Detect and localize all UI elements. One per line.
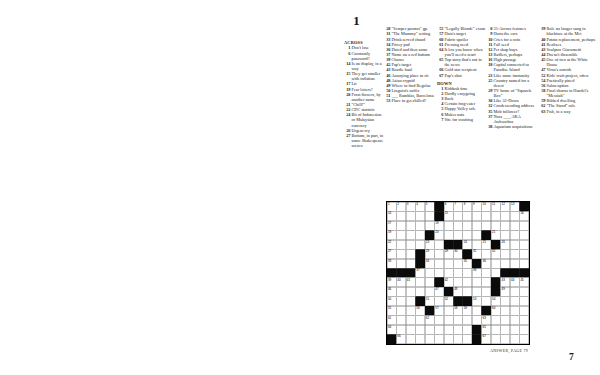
grid-cell xyxy=(396,287,405,296)
grid-cell xyxy=(406,297,415,306)
grid-cell: 45 xyxy=(520,278,529,287)
clue-text: Frost flowers, by another name xyxy=(352,91,386,101)
cell-number: 46 xyxy=(388,287,391,291)
cell-number: 15 xyxy=(445,212,448,216)
cell-number: 66 xyxy=(397,335,400,339)
grid-cell xyxy=(425,278,434,287)
cell-number: 48 xyxy=(454,287,457,291)
grid-cell xyxy=(453,316,462,325)
grid-cell xyxy=(463,287,472,296)
grid-cell: 28 xyxy=(425,249,434,258)
grid-cell: 42 xyxy=(444,278,453,287)
grid-cell xyxy=(491,259,500,268)
cell-number: 34 xyxy=(426,259,429,263)
grid-cell xyxy=(415,221,424,230)
across-clues-part1: 1Don't lose6Constantly password?14Is on … xyxy=(344,45,385,148)
clue: 37Nora ___, AKA Awkwafina xyxy=(486,114,538,124)
grid-cell xyxy=(434,249,443,258)
grid-cell xyxy=(482,287,491,296)
cell-number: 67 xyxy=(483,335,486,339)
clue-text: Bottom, in part, in some Shakespeare sce… xyxy=(352,133,386,148)
grid-cell: 37 xyxy=(415,268,424,277)
clue: 63Fish, in a way xyxy=(539,108,598,113)
clue-text: Is on display, in a way xyxy=(352,61,386,71)
grid-cell xyxy=(425,287,434,296)
grid-cell: 8 xyxy=(463,202,472,211)
grid-cell xyxy=(501,297,510,306)
grid-cell: 60 xyxy=(491,306,500,315)
grid-cell: 57 xyxy=(434,306,443,315)
clue: 6Constantly password? xyxy=(344,50,385,60)
clue-text: Role no longer sung in blackface at the … xyxy=(547,26,599,36)
grid-cell xyxy=(463,221,472,230)
grid-cell xyxy=(520,249,529,258)
clue: 15They get smaller with inflation xyxy=(344,71,385,81)
black-cell xyxy=(472,325,481,334)
black-cell xyxy=(482,230,491,239)
grid-cell xyxy=(510,287,519,296)
grid-cell: 16 xyxy=(520,211,529,220)
clue-column-4: 831-Across features9Hurts the ears10Crie… xyxy=(486,26,538,129)
grid-cell: 4 xyxy=(415,202,424,211)
grid-cell xyxy=(415,316,424,325)
cell-number: 64 xyxy=(388,325,391,329)
grid-cell: 12 xyxy=(501,202,510,211)
clue-number: 39 xyxy=(539,26,547,36)
clue: 67Pap's shot xyxy=(437,72,488,77)
grid-cell: 5 xyxy=(425,202,434,211)
clue: 29TV home of "Squawk Box" xyxy=(486,88,538,98)
black-cell xyxy=(463,297,472,306)
black-cell xyxy=(510,268,519,277)
grid-cell xyxy=(482,211,491,220)
cell-number: 45 xyxy=(520,278,523,282)
grid-cell xyxy=(415,287,424,296)
grid-cell xyxy=(406,316,415,325)
grid-cell xyxy=(444,259,453,268)
grid-cell: 43 xyxy=(501,278,510,287)
black-cell xyxy=(491,287,500,296)
grid-cell: 61 xyxy=(387,316,396,325)
grid-cell xyxy=(463,268,472,277)
grid-cell: 54 xyxy=(491,297,500,306)
grid-cell xyxy=(510,335,519,344)
grid-cell xyxy=(472,230,481,239)
grid-cell xyxy=(501,249,510,258)
cell-number: 20 xyxy=(435,231,438,235)
grid-cell xyxy=(472,306,481,315)
grid-cell xyxy=(463,211,472,220)
cell-number: 38 xyxy=(473,268,476,272)
grid-cell: 56 xyxy=(415,306,424,315)
grid-cell: 66 xyxy=(396,335,405,344)
grid-cell: 10 xyxy=(482,202,491,211)
black-cell xyxy=(415,249,424,258)
grid-cell xyxy=(510,249,519,258)
cell-number: 37 xyxy=(416,268,419,272)
grid-cell: 64 xyxy=(387,325,396,334)
grid-cell xyxy=(425,335,434,344)
cell-number: 35 xyxy=(464,259,467,263)
grid-cell xyxy=(434,240,443,249)
cell-number: 10 xyxy=(483,202,486,206)
cell-number: 53 xyxy=(473,297,476,301)
grid-cell xyxy=(491,268,500,277)
clue-number: 29 xyxy=(486,88,494,98)
grid-cell xyxy=(406,335,415,344)
grid-cell xyxy=(520,316,529,325)
grid-cell: 25 xyxy=(482,240,491,249)
grid-cell xyxy=(406,259,415,268)
cell-number: 41 xyxy=(407,278,410,282)
grid-cell xyxy=(491,221,500,230)
grid-cell: 1 xyxy=(387,202,396,211)
grid-cell xyxy=(510,306,519,315)
cell-number: 33 xyxy=(388,259,391,263)
grid-cell: 49 xyxy=(501,287,510,296)
grid-cell xyxy=(472,278,481,287)
grid-cell: 36 xyxy=(482,259,491,268)
puzzle-number: 1 xyxy=(353,13,360,29)
grid-cell xyxy=(434,268,443,277)
grid-cell xyxy=(406,230,415,239)
cell-number: 22 xyxy=(388,240,391,244)
clue: 18Capital connected to Paradise Island xyxy=(486,62,538,72)
grid-cell: 7 xyxy=(453,202,462,211)
clue-text: Country named for a desert xyxy=(494,77,539,87)
grid-cell: 65 xyxy=(482,325,491,334)
grid-cell: 41 xyxy=(406,278,415,287)
grid-cell: 58 xyxy=(453,306,462,315)
cell-number: 57 xyxy=(435,306,438,310)
grid-cell xyxy=(520,306,529,315)
clue-number: 45 xyxy=(539,57,547,67)
cell-number: 27 xyxy=(388,250,391,254)
crossword-grid: 1234567891011121314151617181920212223242… xyxy=(386,201,530,345)
grid-cell xyxy=(406,240,415,249)
grid-cell: 9 xyxy=(472,202,481,211)
book-page: 1 ACROSS 1Don't lose6Constantly password… xyxy=(0,0,600,375)
grid-cell xyxy=(396,297,405,306)
clue: 27Bottom, in part, in some Shakespeare s… xyxy=(344,133,385,148)
grid-cell xyxy=(396,221,405,230)
clue-column-2: 28"Semper paratus" gp.31"The Mummy" sett… xyxy=(384,26,439,103)
cell-number: 6 xyxy=(445,202,447,206)
cell-number: 30 xyxy=(454,250,457,254)
clue: 64It lets you know when you'll need a sc… xyxy=(437,47,488,57)
clue-text: Fish, in a way xyxy=(547,108,599,113)
grid-cell xyxy=(520,325,529,334)
grid-cell xyxy=(444,325,453,334)
grid-cell xyxy=(453,325,462,334)
cell-number: 13 xyxy=(511,202,514,206)
grid-cell xyxy=(510,230,519,239)
clue-number: 53 xyxy=(384,98,392,103)
clue: 24Bit of Indonesian or Malaysian currenc… xyxy=(344,112,385,127)
clue-number: 65 xyxy=(437,57,445,67)
black-cell xyxy=(387,268,396,277)
black-cell xyxy=(434,202,443,211)
grid-cell xyxy=(463,230,472,239)
grid-cell: 44 xyxy=(510,278,519,287)
cell-number: 60 xyxy=(492,306,495,310)
grid-cell xyxy=(415,325,424,334)
grid-cell xyxy=(463,278,472,287)
grid-cell xyxy=(453,230,462,239)
grid-cell xyxy=(406,287,415,296)
grid-cell xyxy=(396,230,405,239)
clue-number: 15 xyxy=(344,71,352,81)
cell-number: 31 xyxy=(473,250,476,254)
grid-cell xyxy=(415,230,424,239)
cell-number: 49 xyxy=(501,287,504,291)
black-cell xyxy=(520,268,529,277)
cell-number: 63 xyxy=(483,316,486,320)
cell-number: 42 xyxy=(445,278,448,282)
clue-text: One of two at the White House xyxy=(547,57,599,67)
grid-cell: 35 xyxy=(463,259,472,268)
grid-cell xyxy=(396,211,405,220)
cell-number: 8 xyxy=(464,202,466,206)
grid-cell: 11 xyxy=(491,202,500,211)
grid-cell xyxy=(491,335,500,344)
grid-cell xyxy=(453,278,462,287)
clue: 38Aquarium acquisitions xyxy=(486,124,538,129)
black-cell xyxy=(520,202,529,211)
grid-cell xyxy=(472,221,481,230)
grid-cell xyxy=(434,335,443,344)
across-clues-part3: 55"Legally Blonde" exam57Hata's target60… xyxy=(437,26,488,77)
down-clues-part3: 39Role no longer sung in blackface at th… xyxy=(539,26,598,114)
cell-number: 43 xyxy=(501,278,504,282)
grid-cell xyxy=(520,240,529,249)
black-cell xyxy=(434,278,443,287)
cell-number: 7 xyxy=(454,202,456,206)
grid-cell xyxy=(425,268,434,277)
grid-cell xyxy=(501,325,510,334)
grid-cell xyxy=(434,297,443,306)
grid-cell xyxy=(453,335,462,344)
cell-number: 58 xyxy=(454,306,457,310)
grid-cell xyxy=(396,325,405,334)
grid-cell xyxy=(453,221,462,230)
grid-cell: 33 xyxy=(387,259,396,268)
cell-number: 50 xyxy=(388,297,391,301)
clue-column-1: ACROSS 1Don't lose6Constantly password?1… xyxy=(344,40,385,148)
clue-text: It lets you know when you'll need a scar… xyxy=(445,47,489,57)
grid-cell xyxy=(510,221,519,230)
grid-cell xyxy=(482,249,491,258)
cell-number: 47 xyxy=(435,287,438,291)
clue-number: 67 xyxy=(437,72,445,77)
grid-cell xyxy=(434,259,443,268)
cell-number: 1 xyxy=(388,202,390,206)
clue: 7Site for swatting xyxy=(437,117,488,122)
cell-number: 36 xyxy=(483,259,486,263)
grid-cell xyxy=(510,325,519,334)
grid-cell xyxy=(472,316,481,325)
grid-cell xyxy=(520,259,529,268)
clue-number: 6 xyxy=(344,50,352,60)
grid-cell: 3 xyxy=(406,202,415,211)
grid-cell xyxy=(434,325,443,334)
down-clues-part2: 831-Across features9Hurts the ears10Crie… xyxy=(486,26,538,129)
grid-cell: 6 xyxy=(444,202,453,211)
black-cell xyxy=(425,306,434,315)
grid-cell xyxy=(463,335,472,344)
grid-cell: 14 xyxy=(387,211,396,220)
cell-number: 14 xyxy=(388,212,391,216)
clue-text: TV home of "Squawk Box" xyxy=(494,88,539,98)
clue: 25Country named for a desert xyxy=(486,77,538,87)
black-cell xyxy=(463,249,472,258)
black-cell xyxy=(387,335,396,344)
cell-number: 11 xyxy=(492,202,495,206)
cell-number: 17 xyxy=(388,221,391,225)
grid-cell xyxy=(520,335,529,344)
grid-cell xyxy=(396,259,405,268)
cell-number: 44 xyxy=(511,278,514,282)
grid-cell xyxy=(482,297,491,306)
black-cell xyxy=(444,287,453,296)
grid-cell xyxy=(434,316,443,325)
down-clues-part1: 1Kiddush time2Hardly easygoing3Back4Cert… xyxy=(437,86,488,122)
grid-cell: 48 xyxy=(453,287,462,296)
grid-cell xyxy=(520,287,529,296)
grid-cell xyxy=(520,230,529,239)
grid-cell: 38 xyxy=(472,268,481,277)
grid-cell: 53 xyxy=(472,297,481,306)
clue-text: Site for swatting xyxy=(445,117,489,122)
grid-cell xyxy=(453,211,462,220)
clue-number: 25 xyxy=(486,77,494,87)
grid-cell xyxy=(501,221,510,230)
grid-cell: 13 xyxy=(510,202,519,211)
grid-cell: 21 xyxy=(491,230,500,239)
cell-number: 40 xyxy=(397,278,400,282)
grid-cell: 63 xyxy=(482,316,491,325)
grid-cell: 32 xyxy=(491,249,500,258)
grid-cell xyxy=(501,306,510,315)
black-cell xyxy=(501,268,510,277)
black-cell xyxy=(415,259,424,268)
grid-cell xyxy=(510,259,519,268)
grid-cell xyxy=(510,297,519,306)
grid-cell xyxy=(396,316,405,325)
cell-number: 12 xyxy=(501,202,504,206)
grid-cell xyxy=(406,249,415,258)
grid-cell: 23 xyxy=(425,240,434,249)
grid-cell xyxy=(453,259,462,268)
clue-number: 7 xyxy=(437,117,445,122)
grid-cell xyxy=(510,316,519,325)
clue-column-3: 55"Legally Blonde" exam57Hata's target60… xyxy=(437,26,488,122)
clue: 39Role no longer sung in blackface at th… xyxy=(539,26,598,36)
clue: 65Top story that's not in the news xyxy=(437,57,488,67)
grid-cell xyxy=(491,325,500,334)
clue-number: 64 xyxy=(437,47,445,57)
grid-cell xyxy=(491,316,500,325)
grid-cell: 67 xyxy=(482,335,491,344)
clue-number: 24 xyxy=(344,112,352,127)
grid-cell: 50 xyxy=(387,297,396,306)
black-cell xyxy=(453,240,462,249)
cell-number: 62 xyxy=(426,316,429,320)
clue-text: Aquarium acquisitions xyxy=(494,124,539,129)
black-cell xyxy=(444,240,453,249)
grid-cell xyxy=(415,211,424,220)
black-cell xyxy=(491,278,500,287)
clue-number: 18 xyxy=(486,62,494,72)
clue-text: Bit of Indonesian or Malaysian currency xyxy=(352,112,386,127)
grid-cell: 46 xyxy=(387,287,396,296)
cell-number: 55 xyxy=(388,306,391,310)
cell-number: 5 xyxy=(426,202,428,206)
cell-number: 9 xyxy=(473,202,475,206)
grid-cell xyxy=(510,240,519,249)
cell-number: 4 xyxy=(416,202,418,206)
grid-cell xyxy=(520,221,529,230)
grid-cell: 59 xyxy=(463,306,472,315)
cell-number: 24 xyxy=(464,240,467,244)
clue: 53Place to get chilled? xyxy=(384,98,439,103)
black-cell xyxy=(472,259,481,268)
grid-cell xyxy=(482,221,491,230)
black-cell xyxy=(434,211,443,220)
black-cell xyxy=(482,306,491,315)
clue-text: Final chorus in Handel's "Messiah" xyxy=(547,88,599,98)
grid-cell: 51 xyxy=(425,297,434,306)
clue: 14Is on display, in a way xyxy=(344,61,385,71)
grid-cell xyxy=(482,278,491,287)
grid-cell: 52 xyxy=(444,297,453,306)
black-cell xyxy=(406,268,415,277)
cell-number: 28 xyxy=(426,250,429,254)
grid-cell xyxy=(425,221,434,230)
black-cell xyxy=(491,240,500,249)
grid-cell: 29 xyxy=(444,249,453,258)
grid-cell xyxy=(444,221,453,230)
clue-number: 20 xyxy=(344,91,352,101)
clue-text: Constantly password? xyxy=(352,50,386,60)
grid-cell: 62 xyxy=(425,316,434,325)
grid-cell xyxy=(472,240,481,249)
clue-text: They get smaller with inflation xyxy=(352,71,386,81)
grid-cell xyxy=(406,221,415,230)
grid-cell xyxy=(415,240,424,249)
black-cell xyxy=(415,297,424,306)
cell-number: 54 xyxy=(492,297,495,301)
grid-cell: 40 xyxy=(396,278,405,287)
grid-cell xyxy=(463,325,472,334)
cell-number: 61 xyxy=(388,316,391,320)
cell-number: 59 xyxy=(464,306,467,310)
grid-cell xyxy=(425,211,434,220)
cell-number: 26 xyxy=(501,240,504,244)
grid-cell xyxy=(501,335,510,344)
clue-number: 14 xyxy=(344,61,352,71)
clue-number: 37 xyxy=(486,114,494,124)
grid-cell xyxy=(444,230,453,239)
cell-number: 16 xyxy=(520,212,523,216)
clue-number: 58 xyxy=(539,88,547,98)
grid-cell: 17 xyxy=(387,221,396,230)
clue-text: Top story that's not in the news xyxy=(445,57,489,67)
grid-cell xyxy=(444,335,453,344)
grid-cell: 15 xyxy=(444,211,453,220)
cell-number: 21 xyxy=(492,231,495,235)
cell-number: 51 xyxy=(426,297,429,301)
